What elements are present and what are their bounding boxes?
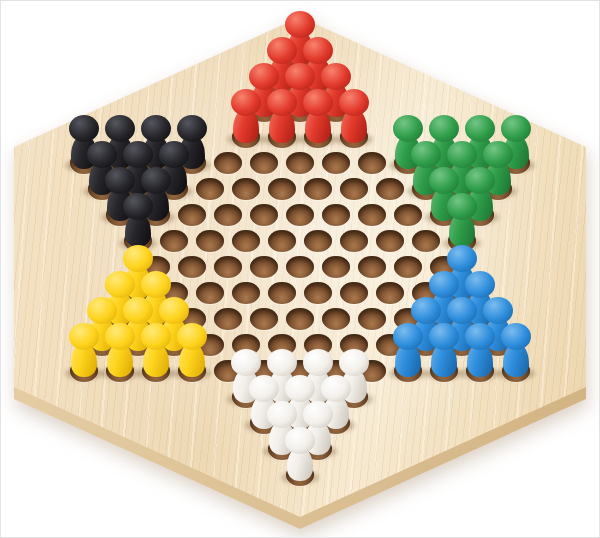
peg-head (231, 349, 261, 376)
peg-head (141, 271, 171, 298)
peg-green[interactable] (446, 193, 478, 249)
peg-head (447, 193, 477, 220)
peg-blue[interactable] (392, 323, 424, 379)
peg-head (267, 401, 297, 428)
pieces-layer (14, 17, 586, 517)
peg-head (447, 245, 477, 272)
peg-head (465, 167, 495, 194)
peg-white[interactable] (284, 427, 316, 483)
peg-head (429, 271, 459, 298)
peg-head (429, 323, 459, 350)
peg-head (123, 193, 153, 220)
peg-head (465, 323, 495, 350)
peg-head (393, 115, 423, 142)
peg-head (285, 427, 315, 454)
peg-head (105, 167, 135, 194)
peg-yellow[interactable] (140, 323, 172, 379)
peg-red[interactable] (302, 89, 334, 145)
peg-head (429, 115, 459, 142)
peg-head (285, 11, 315, 38)
peg-head (501, 323, 531, 350)
peg-head (141, 115, 171, 142)
peg-blue[interactable] (428, 323, 460, 379)
peg-head (141, 167, 171, 194)
peg-head (105, 115, 135, 142)
peg-head (69, 115, 99, 142)
board (14, 17, 586, 529)
peg-head (465, 271, 495, 298)
peg-head (177, 115, 207, 142)
peg-red[interactable] (266, 89, 298, 145)
peg-head (141, 323, 171, 350)
peg-black[interactable] (122, 193, 154, 249)
peg-head (303, 37, 333, 64)
peg-head (177, 323, 207, 350)
peg-head (105, 271, 135, 298)
peg-head (447, 141, 477, 168)
peg-blue[interactable] (500, 323, 532, 379)
peg-head (249, 375, 279, 402)
peg-yellow[interactable] (176, 323, 208, 379)
peg-yellow[interactable] (104, 323, 136, 379)
peg-head (123, 141, 153, 168)
peg-head (159, 297, 189, 324)
peg-head (303, 89, 333, 116)
peg-head (87, 141, 117, 168)
peg-head (285, 375, 315, 402)
peg-blue[interactable] (464, 323, 496, 379)
peg-head (231, 89, 261, 116)
peg-head (285, 63, 315, 90)
peg-head (411, 297, 441, 324)
peg-head (159, 141, 189, 168)
peg-head (267, 89, 297, 116)
peg-head (105, 323, 135, 350)
peg-head (267, 37, 297, 64)
peg-head (303, 401, 333, 428)
peg-head (339, 349, 369, 376)
peg-head (267, 349, 297, 376)
peg-head (321, 375, 351, 402)
peg-head (321, 63, 351, 90)
peg-red[interactable] (230, 89, 262, 145)
peg-head (411, 141, 441, 168)
peg-head (339, 89, 369, 116)
peg-head (249, 63, 279, 90)
peg-head (69, 323, 99, 350)
peg-head (447, 297, 477, 324)
peg-head (123, 245, 153, 272)
peg-yellow[interactable] (68, 323, 100, 379)
peg-head (465, 115, 495, 142)
peg-head (87, 297, 117, 324)
peg-red[interactable] (338, 89, 370, 145)
peg-head (429, 167, 459, 194)
photo-frame (0, 0, 600, 538)
peg-head (393, 323, 423, 350)
peg-head (501, 115, 531, 142)
peg-head (483, 297, 513, 324)
peg-head (483, 141, 513, 168)
peg-head (123, 297, 153, 324)
peg-head (303, 349, 333, 376)
